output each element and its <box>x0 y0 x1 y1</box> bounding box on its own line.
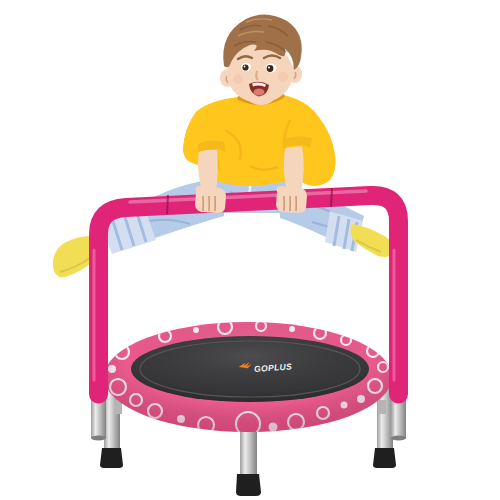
tongue <box>254 89 265 96</box>
right-eye <box>267 65 274 72</box>
right-leg-clamp <box>378 400 386 414</box>
product-photo: GOPLUS <box>0 0 500 500</box>
left-eye <box>242 64 248 70</box>
mat-shading <box>131 336 369 402</box>
foam-seam-right <box>331 188 332 207</box>
right-hand <box>276 186 307 213</box>
left-cheek <box>233 74 243 84</box>
left-forearm <box>198 150 218 192</box>
right-eye-glint <box>268 67 270 69</box>
left-hand <box>195 186 226 213</box>
left-foot <box>100 448 123 468</box>
left-post-end <box>91 436 106 441</box>
left-eye-glint <box>244 66 246 68</box>
right-foot <box>373 448 396 468</box>
center-foot <box>236 474 261 496</box>
right-cheek <box>278 72 288 82</box>
right-post-end <box>391 436 406 441</box>
scene-canvas: GOPLUS <box>0 0 500 500</box>
foam-seam-left <box>167 195 168 214</box>
right-forearm <box>284 146 304 192</box>
